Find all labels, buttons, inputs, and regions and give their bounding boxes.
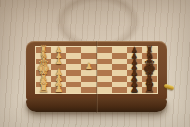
piece-black-rook[interactable]: ♜ [144,82,155,95]
square-h3[interactable] [66,87,81,93]
square-h4[interactable] [81,87,96,93]
square-h8[interactable]: ♜ [142,87,157,93]
square-h5[interactable] [97,87,112,93]
piece-white-pawn[interactable]: ♟ [54,84,63,94]
board-surface: ♜♟♟♜♞♟♟♞♝♟♟♝♛♟♟♛♚♟♟♚♝♟♟♝♞♟♟♞♜♟♟♜ [26,41,167,100]
piece-white-pawn[interactable]: ♟ [85,62,93,71]
piece-white-pawn[interactable]: ♟ [55,57,62,65]
scene: ♜♟♟♜♞♟♟♞♝♟♟♝♛♟♟♛♚♟♟♚♝♟♟♝♞♟♟♞♜♟♟♜ [0,0,190,127]
square-h6[interactable] [112,87,127,93]
square-h7[interactable]: ♟ [127,87,142,93]
chess-board: ♜♟♟♜♞♟♟♞♝♟♟♝♛♟♟♛♚♟♟♚♝♟♟♝♞♟♟♞♜♟♟♜ [26,41,167,112]
piece-black-pawn[interactable]: ♟ [130,84,139,94]
board-fold-seam [96,41,98,113]
square-h1[interactable]: ♜ [36,87,51,93]
piece-white-rook[interactable]: ♜ [38,82,49,95]
square-h2[interactable]: ♟ [51,87,66,93]
